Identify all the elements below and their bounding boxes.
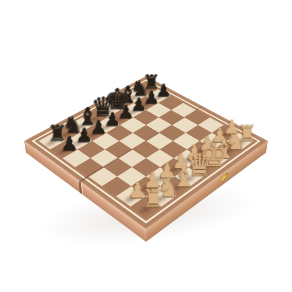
product-photo: ♜♞♝♛♚♝♞♜♟♟♟♟♟♟♟♟♟♟♟♟♟♟♟♟♜♞♝♛♚♝♞♜ xyxy=(0,0,292,292)
square-f4[interactable] xyxy=(159,125,185,141)
square-d4[interactable] xyxy=(132,141,159,158)
black-pawn[interactable]: ♟ xyxy=(60,134,79,153)
white-rook[interactable]: ♜ xyxy=(142,186,164,211)
brass-clasp-icon xyxy=(221,172,228,183)
